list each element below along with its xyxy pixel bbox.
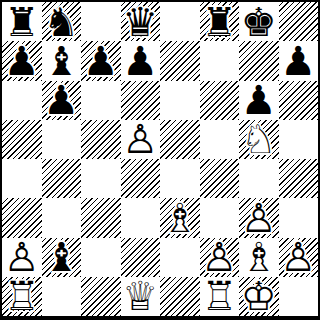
- square-a6[interactable]: [2, 81, 42, 120]
- piece-silhouette: ♜: [200, 277, 240, 316]
- white-bishop-piece[interactable]: ♝♗: [239, 238, 279, 277]
- piece-silhouette: ♛: [121, 277, 161, 316]
- piece-glyph: ♗: [239, 238, 279, 277]
- piece-silhouette: ♟: [2, 238, 42, 277]
- square-f6[interactable]: [200, 81, 240, 120]
- black-knight-piece[interactable]: ♞♞: [42, 2, 82, 41]
- square-d7[interactable]: ♟♟: [121, 41, 161, 80]
- square-e7[interactable]: [160, 41, 200, 80]
- square-a4[interactable]: [2, 159, 42, 198]
- black-bishop-piece[interactable]: ♝♝: [42, 41, 82, 80]
- piece-silhouette: ♜: [2, 2, 42, 41]
- piece-silhouette: ♟: [42, 81, 82, 120]
- white-rook-piece[interactable]: ♜♖: [200, 277, 240, 316]
- square-b3[interactable]: [42, 198, 82, 237]
- square-f5[interactable]: [200, 120, 240, 159]
- square-g3[interactable]: ♟♙: [239, 198, 279, 237]
- piece-silhouette: ♜: [200, 2, 240, 41]
- square-e3[interactable]: ♝♗: [160, 198, 200, 237]
- square-f1[interactable]: ♜♖: [200, 277, 240, 316]
- square-f7[interactable]: [200, 41, 240, 80]
- square-f4[interactable]: [200, 159, 240, 198]
- black-pawn-piece[interactable]: ♟♟: [279, 41, 319, 80]
- square-h7[interactable]: ♟♟: [279, 41, 319, 80]
- square-d5[interactable]: ♟♙: [121, 120, 161, 159]
- square-h5[interactable]: [279, 120, 319, 159]
- piece-glyph: ♟: [2, 41, 42, 80]
- square-e8[interactable]: [160, 2, 200, 41]
- piece-glyph: ♙: [121, 120, 161, 159]
- piece-glyph: ♟: [239, 81, 279, 120]
- black-pawn-piece[interactable]: ♟♟: [81, 41, 121, 80]
- square-d4[interactable]: [121, 159, 161, 198]
- black-bishop-piece[interactable]: ♝♝: [42, 238, 82, 277]
- piece-glyph: ♞: [42, 2, 82, 41]
- square-h4[interactable]: [279, 159, 319, 198]
- square-a7[interactable]: ♟♟: [2, 41, 42, 80]
- piece-glyph: ♙: [2, 238, 42, 277]
- black-rook-piece[interactable]: ♜♜: [200, 2, 240, 41]
- piece-silhouette: ♟: [239, 81, 279, 120]
- square-b8[interactable]: ♞♞: [42, 2, 82, 41]
- piece-silhouette: ♞: [239, 120, 279, 159]
- square-b6[interactable]: ♟♟: [42, 81, 82, 120]
- white-pawn-piece[interactable]: ♟♙: [2, 238, 42, 277]
- white-pawn-piece[interactable]: ♟♙: [239, 198, 279, 237]
- square-h6[interactable]: [279, 81, 319, 120]
- square-g5[interactable]: ♞♘: [239, 120, 279, 159]
- square-d8[interactable]: ♛♛: [121, 2, 161, 41]
- piece-silhouette: ♟: [279, 41, 319, 80]
- piece-silhouette: ♝: [160, 198, 200, 237]
- square-f2[interactable]: ♟♙: [200, 238, 240, 277]
- piece-silhouette: ♟: [279, 238, 319, 277]
- chess-board: ♜♜♞♞♛♛♜♜♚♚♟♟♝♝♟♟♟♟♟♟♟♟♟♟♟♙♞♘♝♗♟♙♟♙♝♝♟♙♝♗…: [0, 0, 320, 320]
- piece-silhouette: ♟: [200, 238, 240, 277]
- square-b4[interactable]: [42, 159, 82, 198]
- square-a8[interactable]: ♜♜: [2, 2, 42, 41]
- white-bishop-piece[interactable]: ♝♗: [160, 198, 200, 237]
- square-g6[interactable]: ♟♟: [239, 81, 279, 120]
- square-d6[interactable]: [121, 81, 161, 120]
- square-g8[interactable]: ♚♚: [239, 2, 279, 41]
- square-c8[interactable]: [81, 2, 121, 41]
- piece-glyph: ♝: [42, 238, 82, 277]
- square-g2[interactable]: ♝♗: [239, 238, 279, 277]
- piece-silhouette: ♚: [239, 277, 279, 316]
- piece-glyph: ♟: [81, 41, 121, 80]
- piece-silhouette: ♝: [239, 238, 279, 277]
- square-g4[interactable]: [239, 159, 279, 198]
- square-f3[interactable]: [200, 198, 240, 237]
- black-pawn-piece[interactable]: ♟♟: [239, 81, 279, 120]
- piece-silhouette: ♝: [42, 238, 82, 277]
- white-pawn-piece[interactable]: ♟♙: [200, 238, 240, 277]
- piece-glyph: ♖: [2, 277, 42, 316]
- square-g7[interactable]: [239, 41, 279, 80]
- black-king-piece[interactable]: ♚♚: [239, 2, 279, 41]
- piece-glyph: ♝: [42, 41, 82, 80]
- piece-glyph: ♗: [160, 198, 200, 237]
- square-e1[interactable]: [160, 277, 200, 316]
- white-rook-piece[interactable]: ♜♖: [2, 277, 42, 316]
- piece-glyph: ♔: [239, 277, 279, 316]
- square-a2[interactable]: ♟♙: [2, 238, 42, 277]
- piece-glyph: ♖: [200, 277, 240, 316]
- square-c5[interactable]: [81, 120, 121, 159]
- square-c1[interactable]: [81, 277, 121, 316]
- piece-glyph: ♟: [42, 81, 82, 120]
- square-a5[interactable]: [2, 120, 42, 159]
- square-h3[interactable]: [279, 198, 319, 237]
- piece-glyph: ♕: [121, 277, 161, 316]
- square-b1[interactable]: [42, 277, 82, 316]
- square-e5[interactable]: [160, 120, 200, 159]
- black-queen-piece[interactable]: ♛♛: [121, 2, 161, 41]
- piece-glyph: ♙: [279, 238, 319, 277]
- piece-glyph: ♛: [121, 2, 161, 41]
- white-pawn-piece[interactable]: ♟♙: [279, 238, 319, 277]
- piece-silhouette: ♛: [121, 2, 161, 41]
- square-e6[interactable]: [160, 81, 200, 120]
- square-h2[interactable]: ♟♙: [279, 238, 319, 277]
- square-d3[interactable]: [121, 198, 161, 237]
- black-pawn-piece[interactable]: ♟♟: [2, 41, 42, 80]
- piece-silhouette: ♞: [42, 2, 82, 41]
- square-c4[interactable]: [81, 159, 121, 198]
- square-c2[interactable]: [81, 238, 121, 277]
- piece-silhouette: ♚: [239, 2, 279, 41]
- piece-glyph: ♙: [239, 198, 279, 237]
- piece-glyph: ♙: [200, 238, 240, 277]
- square-d2[interactable]: [121, 238, 161, 277]
- square-a3[interactable]: [2, 198, 42, 237]
- piece-glyph: ♟: [279, 41, 319, 80]
- piece-glyph: ♜: [200, 2, 240, 41]
- piece-glyph: ♟: [121, 41, 161, 80]
- black-pawn-piece[interactable]: ♟♟: [42, 81, 82, 120]
- square-d1[interactable]: ♛♕: [121, 277, 161, 316]
- piece-glyph: ♘: [239, 120, 279, 159]
- piece-silhouette: ♜: [2, 277, 42, 316]
- square-f8[interactable]: ♜♜: [200, 2, 240, 41]
- white-king-piece[interactable]: ♚♔: [239, 277, 279, 316]
- piece-silhouette: ♟: [121, 41, 161, 80]
- square-g1[interactable]: ♚♔: [239, 277, 279, 316]
- square-e4[interactable]: [160, 159, 200, 198]
- piece-silhouette: ♟: [2, 41, 42, 80]
- piece-silhouette: ♝: [42, 41, 82, 80]
- piece-silhouette: ♟: [121, 120, 161, 159]
- white-pawn-piece[interactable]: ♟♙: [121, 120, 161, 159]
- square-b2[interactable]: ♝♝: [42, 238, 82, 277]
- square-b7[interactable]: ♝♝: [42, 41, 82, 80]
- square-h1[interactable]: [279, 277, 319, 316]
- square-e2[interactable]: [160, 238, 200, 277]
- white-queen-piece[interactable]: ♛♕: [121, 277, 161, 316]
- piece-silhouette: ♟: [239, 198, 279, 237]
- square-c3[interactable]: [81, 198, 121, 237]
- piece-silhouette: ♟: [81, 41, 121, 80]
- black-rook-piece[interactable]: ♜♜: [2, 2, 42, 41]
- square-a1[interactable]: ♜♖: [2, 277, 42, 316]
- square-c7[interactable]: ♟♟: [81, 41, 121, 80]
- white-knight-piece[interactable]: ♞♘: [239, 120, 279, 159]
- square-b5[interactable]: [42, 120, 82, 159]
- piece-glyph: ♚: [239, 2, 279, 41]
- square-h8[interactable]: [279, 2, 319, 41]
- square-c6[interactable]: [81, 81, 121, 120]
- piece-glyph: ♜: [2, 2, 42, 41]
- black-pawn-piece[interactable]: ♟♟: [121, 41, 161, 80]
